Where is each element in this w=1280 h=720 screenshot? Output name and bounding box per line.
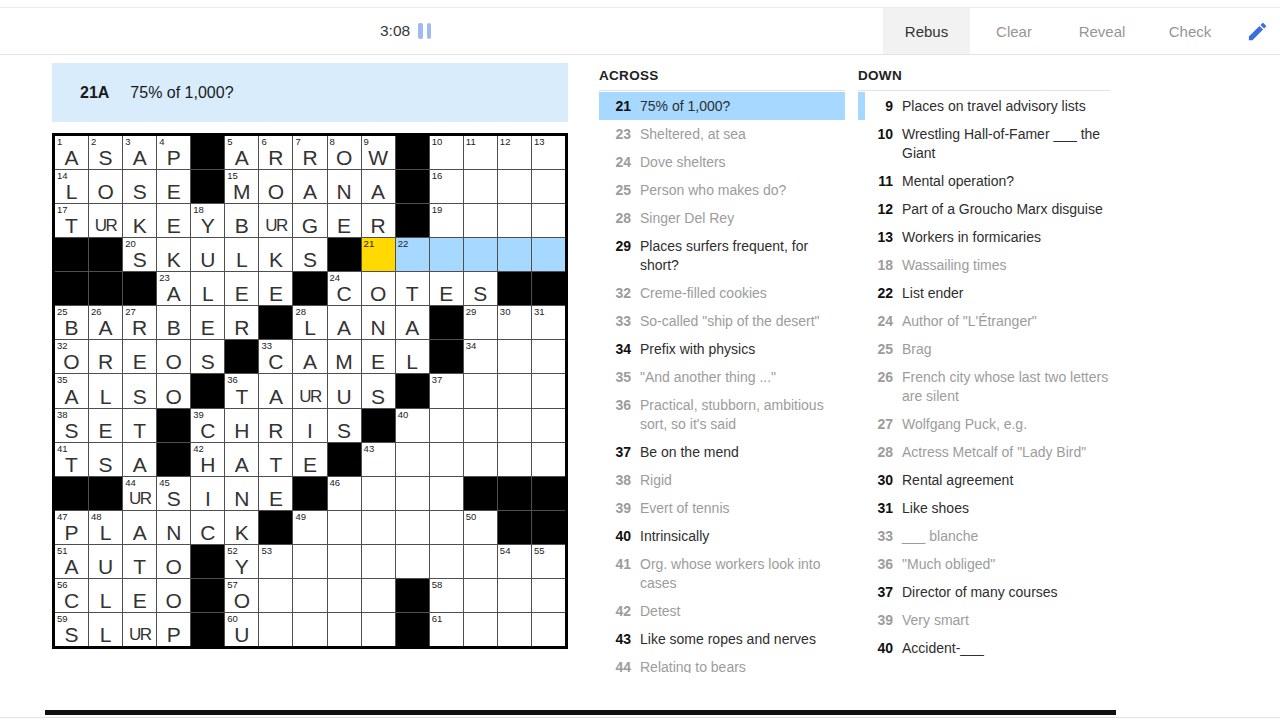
grid-cell-r8c13[interactable] — [464, 374, 497, 407]
down-clue-39[interactable]: 39Very smart — [858, 606, 1110, 634]
cell-letter: E — [430, 283, 463, 304]
cell-letter: A — [362, 181, 395, 202]
across-clue-32[interactable]: 32Creme-filled cookies — [599, 279, 845, 307]
down-clue-13[interactable]: 13Workers in formicaries — [858, 223, 1110, 251]
grid-cell-r10c13[interactable] — [464, 443, 497, 476]
across-clue-28[interactable]: 28Singer Del Rey — [599, 204, 845, 232]
cell-letter: L — [89, 522, 122, 543]
cell-letter: A — [259, 386, 292, 407]
clear-button[interactable]: Clear — [970, 8, 1058, 54]
clue-number: 10 — [858, 125, 893, 163]
cell-letter: P — [157, 147, 190, 168]
across-clue-24[interactable]: 24Dove shelters — [599, 148, 845, 176]
grid-cell-r13c9[interactable] — [328, 545, 361, 578]
grid-cell-r10c11[interactable] — [396, 443, 429, 476]
grid-cell-r11c2 — [89, 477, 122, 510]
down-clue-40[interactable]: 40Accident-___ — [858, 634, 1110, 662]
grid-cell-r11c12[interactable] — [430, 477, 463, 510]
grid-cell-r12c1[interactable]: 47P — [55, 511, 88, 544]
grid-cell-r15c13[interactable] — [464, 613, 497, 646]
grid-cell-r9c9[interactable]: S — [328, 409, 361, 442]
grid-cell-r9c14[interactable] — [498, 409, 531, 442]
down-clue-33[interactable]: 33___ blanche — [858, 522, 1110, 550]
grid-cell-r3c7[interactable]: UR — [259, 204, 292, 237]
grid-cell-r15c9[interactable] — [328, 613, 361, 646]
grid-cell-r2c13[interactable] — [464, 170, 497, 203]
clue-text: Author of "L'Étranger" — [902, 312, 1037, 331]
cell-number: 8 — [330, 137, 335, 147]
grid-cell-r10c2[interactable]: S — [89, 443, 122, 476]
grid-cell-r4c15[interactable] — [532, 238, 565, 271]
cell-letter: E — [89, 420, 122, 441]
cell-letter: S — [55, 624, 88, 645]
grid-cell-r9c13[interactable] — [464, 409, 497, 442]
across-clue-36[interactable]: 36Practical, stubborn, ambitious sort, s… — [599, 391, 845, 438]
grid-cell-r8c9[interactable]: U — [328, 374, 361, 407]
grid-cell-r12c8[interactable]: 49 — [293, 511, 326, 544]
grid-cell-r12c13[interactable]: 50 — [464, 511, 497, 544]
down-clue-30[interactable]: 30Rental agreement — [858, 466, 1110, 494]
clue-number: 11 — [858, 172, 893, 191]
grid-cell-r6c14[interactable]: 30 — [498, 306, 531, 339]
grid-cell-r12c15 — [532, 511, 565, 544]
down-clue-37[interactable]: 37Director of many courses — [858, 578, 1110, 606]
cell-number: 3 — [125, 137, 130, 147]
grid-cell-r2c6[interactable]: 15M — [225, 170, 258, 203]
grid-cell-r8c14[interactable] — [498, 374, 531, 407]
grid-cell-r4c1 — [55, 238, 88, 271]
clue-number: 41 — [599, 555, 631, 593]
grid-cell-r1c8[interactable]: 7R — [293, 136, 326, 169]
grid-cell-r15c6[interactable]: 60U — [225, 613, 258, 646]
grid-cell-r6c8[interactable]: 28L — [293, 306, 326, 339]
grid-cell-r5c5[interactable]: L — [191, 272, 224, 305]
cell-number: 19 — [432, 205, 443, 215]
across-clue-41[interactable]: 41Org. whose workers look into cases — [599, 550, 845, 597]
clue-text: Rental agreement — [902, 471, 1013, 490]
grid-cell-r13c2[interactable]: U — [89, 545, 122, 578]
grid-cell-r13c10[interactable] — [362, 545, 395, 578]
cell-letter: H — [225, 420, 258, 441]
down-clue-36[interactable]: 36"Much obliged" — [858, 550, 1110, 578]
grid-cell-r8c2[interactable]: L — [89, 374, 122, 407]
grid-cell-r2c15[interactable] — [532, 170, 565, 203]
clue-text: So-called "ship of the desert" — [640, 312, 820, 331]
grid-cell-r13c8[interactable] — [293, 545, 326, 578]
grid-cell-r13c11[interactable] — [396, 545, 429, 578]
grid-cell-r10c1[interactable]: 41T — [55, 443, 88, 476]
grid-cell-r11c6[interactable]: N — [225, 477, 258, 510]
grid-cell-r1c12[interactable]: 10 — [430, 136, 463, 169]
grid-cell-r8c8[interactable]: UR — [293, 374, 326, 407]
grid-cell-r7c1[interactable]: 32O — [55, 340, 88, 373]
cell-letter: O — [55, 351, 88, 372]
grid-cell-r2c14[interactable] — [498, 170, 531, 203]
grid-cell-r10c10[interactable]: 43 — [362, 443, 395, 476]
across-clue-34[interactable]: 34Prefix with physics — [599, 335, 845, 363]
clue-number: 12 — [858, 200, 893, 219]
cell-letter: O — [157, 386, 190, 407]
grid-cell-r9c12[interactable] — [430, 409, 463, 442]
down-clue-26[interactable]: 26French city whose last two letters are… — [858, 363, 1110, 410]
grid-cell-r4c14[interactable] — [498, 238, 531, 271]
down-clue-22[interactable]: 22List ender — [858, 279, 1110, 307]
grid-cell-r12c14 — [498, 511, 531, 544]
cell-letter: E — [328, 215, 361, 236]
down-header: DOWN — [858, 68, 1110, 90]
pencil-icon[interactable] — [1234, 8, 1280, 54]
down-clue-18[interactable]: 18Wassailing times — [858, 251, 1110, 279]
grid-cell-r10c14[interactable] — [498, 443, 531, 476]
timer[interactable]: 3:08 — [380, 8, 431, 54]
grid-cell-r10c7[interactable]: T — [259, 443, 292, 476]
grid-cell-r2c9[interactable]: N — [328, 170, 361, 203]
grid-cell-r13c13[interactable] — [464, 545, 497, 578]
grid-cell-r9c1[interactable]: 38S — [55, 409, 88, 442]
grid-cell-r4c4[interactable]: K — [157, 238, 190, 271]
across-clue-23[interactable]: 23Sheltered, at sea — [599, 120, 845, 148]
grid-cell-r4c8[interactable]: S — [293, 238, 326, 271]
grid-cell-r7c9[interactable]: M — [328, 340, 361, 373]
grid-cell-r5c7[interactable]: E — [259, 272, 292, 305]
grid-cell-r7c14[interactable] — [498, 340, 531, 373]
grid-cell-r15c8[interactable] — [293, 613, 326, 646]
grid-cell-r5c10[interactable]: O — [362, 272, 395, 305]
grid-cell-r7c2[interactable]: R — [89, 340, 122, 373]
across-clue-25[interactable]: 25Person who makes do? — [599, 176, 845, 204]
grid-cell-r1c9[interactable]: 8O — [328, 136, 361, 169]
grid-cell-r13c7[interactable]: 53 — [259, 545, 292, 578]
grid-cell-r12c4[interactable]: N — [157, 511, 190, 544]
cell-letter: L — [396, 351, 429, 372]
grid-cell-r2c7[interactable]: O — [259, 170, 292, 203]
grid-cell-r1c7[interactable]: 6R — [259, 136, 292, 169]
grid-cell-r14c9[interactable] — [328, 579, 361, 612]
grid-cell-r14c2[interactable]: L — [89, 579, 122, 612]
grid-cell-r8c6[interactable]: 36T — [225, 374, 258, 407]
grid-cell-r12c2[interactable]: 48L — [89, 511, 122, 544]
cell-letter: S — [157, 488, 190, 509]
grid-cell-r14c13[interactable] — [464, 579, 497, 612]
grid-cell-r5c2 — [89, 272, 122, 305]
grid-cell-r1c13[interactable]: 11 — [464, 136, 497, 169]
grid-cell-r14c14[interactable] — [498, 579, 531, 612]
grid-cell-r7c3[interactable]: E — [123, 340, 156, 373]
clue-number: 37 — [858, 583, 893, 602]
cell-letter: L — [293, 317, 326, 338]
grid-cell-r9c2[interactable]: E — [89, 409, 122, 442]
clue-number: 44 — [599, 658, 631, 674]
across-clue-37[interactable]: 37Be on the mend — [599, 438, 845, 466]
grid-cell-r3c10[interactable]: R — [362, 204, 395, 237]
grid-cell-r13c3[interactable]: T — [123, 545, 156, 578]
grid-cell-r11c4[interactable]: 45S — [157, 477, 190, 510]
grid-cell-r4c10[interactable]: 21 — [362, 238, 395, 271]
grid-cell-r2c3[interactable]: S — [123, 170, 156, 203]
grid-cell-r15c7[interactable] — [259, 613, 292, 646]
clue-text: ___ blanche — [902, 527, 978, 546]
cell-letter: N — [157, 522, 190, 543]
grid-cell-r13c4[interactable]: O — [157, 545, 190, 578]
grid-cell-r2c4[interactable]: E — [157, 170, 190, 203]
grid-cell-r7c12 — [430, 340, 463, 373]
grid-cell-r3c15[interactable] — [532, 204, 565, 237]
grid-cell-r15c14[interactable] — [498, 613, 531, 646]
down-clue-31[interactable]: 31Like shoes — [858, 494, 1110, 522]
cell-number: 55 — [534, 546, 545, 556]
down-clue-12[interactable]: 12Part of a Groucho Marx disguise — [858, 195, 1110, 223]
grid-cell-r9c5[interactable]: 39C — [191, 409, 224, 442]
cell-letter: T — [396, 283, 429, 304]
grid-cell-r14c12[interactable]: 58 — [430, 579, 463, 612]
grid-cell-r9c3[interactable]: T — [123, 409, 156, 442]
grid-cell-r15c1[interactable]: 59S — [55, 613, 88, 646]
pause-icon[interactable] — [418, 23, 431, 39]
grid-cell-r10c15[interactable] — [532, 443, 565, 476]
grid-cell-r5c9[interactable]: 24C — [328, 272, 361, 305]
grid-cell-r4c11[interactable]: 22 — [396, 238, 429, 271]
grid-cell-r7c13[interactable]: 34 — [464, 340, 497, 373]
grid-cell-r14c15[interactable] — [532, 579, 565, 612]
grid-cell-r9c8[interactable]: I — [293, 409, 326, 442]
grid-cell-r1c14[interactable]: 12 — [498, 136, 531, 169]
grid-cell-r6c3[interactable]: 27R — [123, 306, 156, 339]
grid-cell-r5c13[interactable]: S — [464, 272, 497, 305]
cell-letter: L — [89, 624, 122, 645]
grid-cell-r13c15[interactable]: 55 — [532, 545, 565, 578]
grid-cell-r15c2[interactable]: L — [89, 613, 122, 646]
grid-cell-r7c5[interactable]: S — [191, 340, 224, 373]
grid-cell-r10c5[interactable]: 42H — [191, 443, 224, 476]
grid-cell-r1c15[interactable]: 13 — [532, 136, 565, 169]
clue-number: 24 — [858, 312, 893, 331]
grid-cell-r11c9[interactable]: 46 — [328, 477, 361, 510]
grid-cell-r8c7[interactable]: A — [259, 374, 292, 407]
across-clue-43[interactable]: 43Like some ropes and nerves — [599, 625, 845, 653]
grid-cell-r4c13[interactable] — [464, 238, 497, 271]
grid-cell-r4c3[interactable]: 20S — [123, 238, 156, 271]
across-clue-21[interactable]: 2175% of 1,000? — [599, 92, 845, 120]
grid-cell-r9c7[interactable]: R — [259, 409, 292, 442]
across-clue-38[interactable]: 38Rigid — [599, 466, 845, 494]
grid-cell-r13c1[interactable]: 51A — [55, 545, 88, 578]
grid-cell-r15c4[interactable]: P — [157, 613, 190, 646]
grid-cell-r2c2[interactable]: O — [89, 170, 122, 203]
cell-number: 49 — [295, 512, 306, 522]
grid-cell-r14c7[interactable] — [259, 579, 292, 612]
across-clue-40[interactable]: 40Intrinsically — [599, 522, 845, 550]
grid-cell-r7c7[interactable]: 33C — [259, 340, 292, 373]
grid-cell-r8c4[interactable]: O — [157, 374, 190, 407]
grid-cell-r4c6[interactable]: L — [225, 238, 258, 271]
grid-cell-r3c1[interactable]: 17T — [55, 204, 88, 237]
cell-number: 43 — [364, 444, 375, 454]
down-clue-24[interactable]: 24Author of "L'Étranger" — [858, 307, 1110, 335]
grid-cell-r2c8[interactable]: A — [293, 170, 326, 203]
down-clue-27[interactable]: 27Wolfgang Puck, e.g. — [858, 410, 1110, 438]
grid-cell-r9c15[interactable] — [532, 409, 565, 442]
clue-text: Org. whose workers look into cases — [640, 555, 821, 593]
grid-cell-r1c3[interactable]: 3A — [123, 136, 156, 169]
grid-cell-r7c15[interactable] — [532, 340, 565, 373]
grid-cell-r8c15[interactable] — [532, 374, 565, 407]
cell-letter: A — [396, 317, 429, 338]
grid-cell-r7c8[interactable]: A — [293, 340, 326, 373]
down-clue-10[interactable]: 10Wrestling Hall-of-Famer ___ the Giant — [858, 120, 1110, 167]
cell-number: 11 — [466, 137, 476, 147]
grid-cell-r14c4[interactable]: O — [157, 579, 190, 612]
grid-cell-r7c11[interactable]: L — [396, 340, 429, 373]
clue-number: 18 — [858, 256, 893, 275]
grid-cell-r11c7[interactable]: E — [259, 477, 292, 510]
cell-letter: T — [55, 215, 88, 236]
grid-cell-r10c3[interactable]: A — [123, 443, 156, 476]
grid-cell-r12c6[interactable]: K — [225, 511, 258, 544]
grid-cell-r5c11[interactable]: T — [396, 272, 429, 305]
grid-cell-r3c3[interactable]: K — [123, 204, 156, 237]
grid-cell-r12c9[interactable] — [328, 511, 361, 544]
grid-cell-r10c12[interactable] — [430, 443, 463, 476]
grid-cell-r9c6[interactable]: H — [225, 409, 258, 442]
grid-cell-r12c12[interactable] — [430, 511, 463, 544]
grid-cell-r13c12[interactable] — [430, 545, 463, 578]
grid-cell-r6c11[interactable]: A — [396, 306, 429, 339]
cell-letter: B — [55, 317, 88, 338]
grid-cell-r7c4[interactable]: O — [157, 340, 190, 373]
grid-cell-r3c5[interactable]: 18Y — [191, 204, 224, 237]
across-clue-33[interactable]: 33So-called "ship of the desert" — [599, 307, 845, 335]
grid-cell-r11c10[interactable] — [362, 477, 395, 510]
grid-cell-r12c11[interactable] — [396, 511, 429, 544]
grid-cell-r10c6[interactable]: A — [225, 443, 258, 476]
current-clue-banner[interactable]: 21A 75% of 1,000? — [52, 63, 568, 122]
grid-cell-r1c2[interactable]: 2S — [89, 136, 122, 169]
grid-cell-r15c3[interactable]: UR — [123, 613, 156, 646]
grid-cell-r14c5 — [191, 579, 224, 612]
grid-cell-r7c10[interactable]: E — [362, 340, 395, 373]
grid-cell-r8c10[interactable]: S — [362, 374, 395, 407]
grid-cell-r11c11[interactable] — [396, 477, 429, 510]
grid-cell-r15c15[interactable] — [532, 613, 565, 646]
grid-cell-r6c5[interactable]: E — [191, 306, 224, 339]
grid-cell-r4c12[interactable] — [430, 238, 463, 271]
cell-letter: UR — [123, 488, 156, 509]
across-clue-29[interactable]: 29Places surfers frequent, for short? — [599, 232, 845, 279]
cell-number: 22 — [398, 239, 409, 249]
clue-text: Sheltered, at sea — [640, 125, 746, 144]
grid-cell-r3c6[interactable]: B — [225, 204, 258, 237]
across-clue-42[interactable]: 42Detest — [599, 597, 845, 625]
grid-cell-r13c14[interactable]: 54 — [498, 545, 531, 578]
grid-cell-r14c6[interactable]: 57O — [225, 579, 258, 612]
grid-cell-r3c4[interactable]: E — [157, 204, 190, 237]
grid-cell-r2c1[interactable]: 14L — [55, 170, 88, 203]
reveal-button[interactable]: Reveal — [1058, 8, 1146, 54]
grid-cell-r8c12[interactable]: 37 — [430, 374, 463, 407]
cell-letter: U — [328, 386, 361, 407]
grid-cell-r10c8[interactable]: E — [293, 443, 326, 476]
grid-cell-r12c5[interactable]: C — [191, 511, 224, 544]
cell-number: 61 — [432, 614, 443, 624]
cell-number: 16 — [432, 171, 443, 181]
grid-cell-r15c10[interactable] — [362, 613, 395, 646]
cell-letter: L — [55, 181, 88, 202]
grid-cell-r5c4[interactable]: 23A — [157, 272, 190, 305]
grid-cell-r4c5[interactable]: U — [191, 238, 224, 271]
grid-cell-r6c15[interactable]: 31 — [532, 306, 565, 339]
rebus-button[interactable]: Rebus — [883, 8, 970, 54]
grid-cell-r1c6[interactable]: 5A — [225, 136, 258, 169]
across-clue-35[interactable]: 35"And another thing ..." — [599, 363, 845, 391]
grid-cell-r2c12[interactable]: 16 — [430, 170, 463, 203]
grid-cell-r6c10[interactable]: N — [362, 306, 395, 339]
grid-cell-r1c4[interactable]: 4P — [157, 136, 190, 169]
cell-letter: L — [89, 590, 122, 611]
grid-cell-r6c1[interactable]: 25B — [55, 306, 88, 339]
grid-cell-r6c4[interactable]: B — [157, 306, 190, 339]
down-clue-25[interactable]: 25Brag — [858, 335, 1110, 363]
grid-cell-r6c6[interactable]: R — [225, 306, 258, 339]
grid-cell-r2c10[interactable]: A — [362, 170, 395, 203]
grid-cell-r6c9[interactable]: A — [328, 306, 361, 339]
grid-cell-r1c1[interactable]: 1A — [55, 136, 88, 169]
grid-cell-r13c6[interactable]: 52Y — [225, 545, 258, 578]
across-clue-39[interactable]: 39Evert of tennis — [599, 494, 845, 522]
grid-cell-r9c11[interactable]: 40 — [396, 409, 429, 442]
grid-cell-r14c1[interactable]: 56C — [55, 579, 88, 612]
check-button[interactable]: Check — [1146, 8, 1234, 54]
grid-cell-r14c3[interactable]: E — [123, 579, 156, 612]
grid-cell-r3c14[interactable] — [498, 204, 531, 237]
grid-cell-r11c3[interactable]: 44UR — [123, 477, 156, 510]
grid-cell-r5c6[interactable]: E — [225, 272, 258, 305]
grid-cell-r8c3[interactable]: S — [123, 374, 156, 407]
down-clue-9[interactable]: 9Places on travel advisory lists — [858, 92, 1110, 120]
grid-cell-r12c10[interactable] — [362, 511, 395, 544]
grid-cell-r3c12[interactable]: 19 — [430, 204, 463, 237]
across-clue-44[interactable]: 44Relating to bears — [599, 653, 845, 673]
grid-cell-r4c7[interactable]: K — [259, 238, 292, 271]
grid-cell-r14c10[interactable] — [362, 579, 395, 612]
down-clue-11[interactable]: 11Mental operation? — [858, 167, 1110, 195]
grid-cell-r3c2[interactable]: UR — [89, 204, 122, 237]
grid-cell-r3c13[interactable] — [464, 204, 497, 237]
grid-cell-r1c10[interactable]: 9W — [362, 136, 395, 169]
cell-number: 30 — [500, 307, 511, 317]
cell-letter: C — [191, 522, 224, 543]
cell-letter: Y — [225, 556, 258, 577]
grid-cell-r6c2[interactable]: 26A — [89, 306, 122, 339]
cell-letter: C — [259, 351, 292, 372]
grid-cell-r15c12[interactable]: 61 — [430, 613, 463, 646]
cell-letter: S — [123, 249, 156, 270]
grid-cell-r5c12[interactable]: E — [430, 272, 463, 305]
grid-cell-r5c1 — [55, 272, 88, 305]
timer-value: 3:08 — [380, 22, 410, 40]
grid-cell-r6c13[interactable]: 29 — [464, 306, 497, 339]
clue-number: 27 — [858, 415, 893, 434]
grid-cell-r3c9[interactable]: E — [328, 204, 361, 237]
grid-cell-r12c3[interactable]: A — [123, 511, 156, 544]
cell-letter: T — [225, 386, 258, 407]
grid-cell-r14c8[interactable] — [293, 579, 326, 612]
grid-cell-r3c8[interactable]: G — [293, 204, 326, 237]
grid-cell-r8c1[interactable]: 35A — [55, 374, 88, 407]
grid-cell-r11c5[interactable]: I — [191, 477, 224, 510]
clue-text: Accident-___ — [902, 639, 984, 658]
down-clue-28[interactable]: 28Actress Metcalf of "Lady Bird" — [858, 438, 1110, 466]
cell-letter: R — [362, 215, 395, 236]
